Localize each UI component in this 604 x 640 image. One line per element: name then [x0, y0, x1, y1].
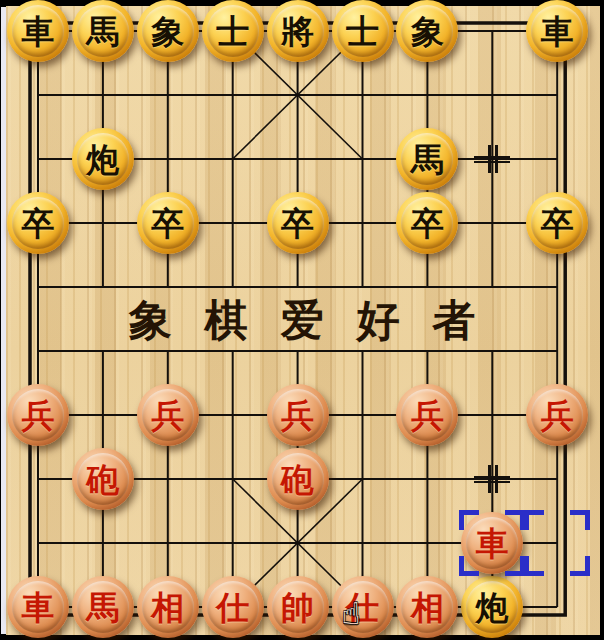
black-general[interactable]: 將 [267, 0, 329, 62]
hand-cursor: ☝ [342, 596, 360, 631]
piece-glyph: 馬 [72, 0, 134, 62]
black-advisor[interactable]: 士 [332, 0, 394, 62]
piece-glyph: 仕 [332, 576, 394, 638]
piece-glyph: 士 [332, 0, 394, 62]
red-cannon[interactable]: 砲 [72, 448, 134, 510]
black-elephant[interactable]: 象 [396, 0, 458, 62]
piece-glyph: 車 [7, 0, 69, 62]
river-character: 者 [433, 292, 476, 350]
black-horse[interactable]: 馬 [72, 0, 134, 62]
red-elephant[interactable]: 相 [396, 576, 458, 638]
piece-glyph: 砲 [72, 448, 134, 510]
piece-glyph: 相 [137, 576, 199, 638]
black-soldier[interactable]: 卒 [396, 192, 458, 254]
red-cannon[interactable]: 砲 [267, 448, 329, 510]
piece-glyph: 相 [396, 576, 458, 638]
red-soldier[interactable]: 兵 [137, 384, 199, 446]
black-cannon[interactable]: 炮 [72, 128, 134, 190]
piece-glyph: 兵 [7, 384, 69, 446]
piece-glyph: 卒 [7, 192, 69, 254]
piece-glyph: 卒 [396, 192, 458, 254]
piece-glyph: 象 [137, 0, 199, 62]
black-soldier[interactable]: 卒 [7, 192, 69, 254]
red-general[interactable]: 帥 [267, 576, 329, 638]
selection-bracket [524, 510, 590, 576]
black-horse[interactable]: 馬 [396, 128, 458, 190]
piece-glyph: 車 [526, 0, 588, 62]
piece-glyph: 士 [202, 0, 264, 62]
last-move-marker [474, 465, 510, 493]
piece-glyph: 仕 [202, 576, 264, 638]
piece-glyph: 砲 [267, 448, 329, 510]
xiangqi-board[interactable]: 象棋爱好者 車馬象士將士象車炮馬卒卒卒卒卒炮兵兵兵兵兵砲砲車車馬相仕帥仕相☝ [6, 6, 600, 635]
river-character: 象 [129, 292, 172, 350]
piece-glyph: 帥 [267, 576, 329, 638]
black-soldier[interactable]: 卒 [526, 192, 588, 254]
piece-glyph: 馬 [396, 128, 458, 190]
red-soldier[interactable]: 兵 [267, 384, 329, 446]
piece-glyph: 車 [7, 576, 69, 638]
piece-glyph: 兵 [267, 384, 329, 446]
piece-glyph: 卒 [267, 192, 329, 254]
black-chariot[interactable]: 車 [526, 0, 588, 62]
red-elephant[interactable]: 相 [137, 576, 199, 638]
selection-bracket [459, 510, 525, 576]
xiangqi-app-window: 象棋爱好者 車馬象士將士象車炮馬卒卒卒卒卒炮兵兵兵兵兵砲砲車車馬相仕帥仕相☝ [0, 0, 604, 640]
piece-glyph: 兵 [137, 384, 199, 446]
black-soldier[interactable]: 卒 [137, 192, 199, 254]
black-soldier[interactable]: 卒 [267, 192, 329, 254]
black-elephant[interactable]: 象 [137, 0, 199, 62]
piece-glyph: 卒 [526, 192, 588, 254]
river-character: 棋 [205, 292, 248, 350]
river-character: 好 [357, 292, 400, 350]
piece-glyph: 將 [267, 0, 329, 62]
piece-glyph: 象 [396, 0, 458, 62]
black-chariot[interactable]: 車 [7, 0, 69, 62]
red-soldier[interactable]: 兵 [526, 384, 588, 446]
red-soldier[interactable]: 兵 [7, 384, 69, 446]
piece-glyph: 炮 [461, 576, 523, 638]
red-horse[interactable]: 馬 [72, 576, 134, 638]
piece-glyph: 兵 [526, 384, 588, 446]
last-move-marker [474, 145, 510, 173]
piece-glyph: 兵 [396, 384, 458, 446]
piece-glyph: 馬 [72, 576, 134, 638]
red-advisor[interactable]: 仕 [332, 576, 394, 638]
piece-glyph: 炮 [72, 128, 134, 190]
piece-glyph: 卒 [137, 192, 199, 254]
red-advisor[interactable]: 仕 [202, 576, 264, 638]
river-character: 爱 [281, 292, 324, 350]
red-soldier[interactable]: 兵 [396, 384, 458, 446]
black-advisor[interactable]: 士 [202, 0, 264, 62]
black-cannon[interactable]: 炮 [461, 576, 523, 638]
red-chariot[interactable]: 車 [7, 576, 69, 638]
